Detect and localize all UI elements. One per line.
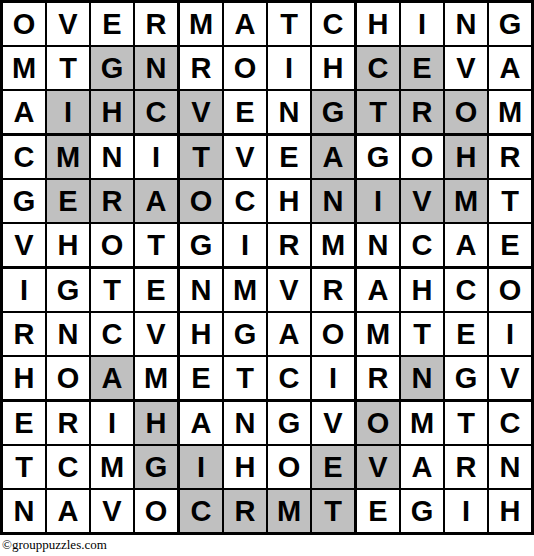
cell-r11c12: N xyxy=(489,446,531,490)
grid-row-5: GERAOCHNIVMT xyxy=(3,180,531,224)
cell-r12c9: E xyxy=(357,490,401,532)
cell-r8c5: H xyxy=(180,313,224,357)
cell-r4c12: R xyxy=(489,136,531,180)
cell-r10c8: V xyxy=(312,402,357,446)
cell-r3c4: C xyxy=(135,91,180,136)
grid-row-1: OVERMATCHING xyxy=(3,3,531,47)
cell-r8c6: G xyxy=(224,313,268,357)
cell-r9c7: C xyxy=(268,357,312,402)
cell-r11c3: M xyxy=(91,446,135,490)
cell-r2c3: G xyxy=(91,47,135,91)
cell-r1c7: T xyxy=(268,3,312,47)
cell-r4c10: O xyxy=(401,136,445,180)
cell-r3c9: T xyxy=(357,91,401,136)
cell-r10c6: N xyxy=(224,402,268,446)
cell-r5c8: N xyxy=(312,180,357,224)
cell-r6c8: M xyxy=(312,224,357,269)
cell-r9c12: V xyxy=(489,357,531,402)
cell-r7c3: T xyxy=(91,269,135,313)
cell-r9c2: O xyxy=(47,357,91,402)
cell-r3c1: A xyxy=(3,91,47,136)
cell-r3c11: O xyxy=(445,91,489,136)
cell-r8c9: M xyxy=(357,313,401,357)
cell-r3c5: V xyxy=(180,91,224,136)
cell-r3c12: M xyxy=(489,91,531,136)
cell-r2c9: C xyxy=(357,47,401,91)
cell-r10c1: E xyxy=(3,402,47,446)
cell-r2c5: R xyxy=(180,47,224,91)
cell-r6c10: C xyxy=(401,224,445,269)
cell-r4c5: T xyxy=(180,136,224,180)
cell-r1c6: A xyxy=(224,3,268,47)
cell-r3c3: H xyxy=(91,91,135,136)
cell-r5c4: A xyxy=(135,180,180,224)
cell-r8c10: T xyxy=(401,313,445,357)
cell-r11c5: I xyxy=(180,446,224,490)
cell-r2c6: O xyxy=(224,47,268,91)
cell-r10c5: A xyxy=(180,402,224,446)
cell-r9c4: M xyxy=(135,357,180,402)
cell-r6c11: A xyxy=(445,224,489,269)
cell-r12c11: I xyxy=(445,490,489,532)
cell-r12c10: G xyxy=(401,490,445,532)
cell-r8c7: A xyxy=(268,313,312,357)
cell-r11c7: O xyxy=(268,446,312,490)
cell-r3c8: G xyxy=(312,91,357,136)
cell-r5c10: V xyxy=(401,180,445,224)
cell-r9c5: E xyxy=(180,357,224,402)
puzzle-grid: OVERMATCHINGMTGNROIHCEVAAIHCVENGTROMCMNI… xyxy=(0,0,534,535)
cell-r7c8: R xyxy=(312,269,357,313)
cell-r10c2: R xyxy=(47,402,91,446)
cell-r4c2: M xyxy=(47,136,91,180)
cell-r5c5: O xyxy=(180,180,224,224)
cell-r7c6: M xyxy=(224,269,268,313)
cell-r1c8: C xyxy=(312,3,357,47)
cell-r7c10: H xyxy=(401,269,445,313)
cell-r12c12: H xyxy=(489,490,531,532)
cell-r12c1: N xyxy=(3,490,47,532)
cell-r11c8: E xyxy=(312,446,357,490)
cell-r11c2: C xyxy=(47,446,91,490)
cell-r2c8: H xyxy=(312,47,357,91)
cell-r7c5: N xyxy=(180,269,224,313)
cell-r5c3: R xyxy=(91,180,135,224)
cell-r10c3: I xyxy=(91,402,135,446)
cell-r8c3: C xyxy=(91,313,135,357)
cell-r5c9: I xyxy=(357,180,401,224)
cell-r9c9: R xyxy=(357,357,401,402)
cell-r6c12: E xyxy=(489,224,531,269)
cell-r11c9: V xyxy=(357,446,401,490)
cell-r12c2: A xyxy=(47,490,91,532)
grid-row-6: VHOTGIRMNCAE xyxy=(3,224,531,269)
cell-r2c10: E xyxy=(401,47,445,91)
cell-r4c7: E xyxy=(268,136,312,180)
cell-r4c6: V xyxy=(224,136,268,180)
cell-r9c8: I xyxy=(312,357,357,402)
grid-row-8: RNCVHGAOMTEI xyxy=(3,313,531,357)
cell-r1c5: M xyxy=(180,3,224,47)
cell-r11c4: G xyxy=(135,446,180,490)
cell-r1c10: I xyxy=(401,3,445,47)
cell-r7c9: A xyxy=(357,269,401,313)
cell-r12c4: O xyxy=(135,490,180,532)
cell-r10c12: C xyxy=(489,402,531,446)
cell-r9c11: G xyxy=(445,357,489,402)
cell-r4c3: N xyxy=(91,136,135,180)
grid-row-9: HOAMETCIRNGV xyxy=(3,357,531,402)
cell-r3c6: E xyxy=(224,91,268,136)
cell-r8c11: E xyxy=(445,313,489,357)
cell-r1c2: V xyxy=(47,3,91,47)
cell-r12c3: V xyxy=(91,490,135,532)
cell-r5c12: T xyxy=(489,180,531,224)
cell-r10c9: O xyxy=(357,402,401,446)
cell-r10c10: M xyxy=(401,402,445,446)
cell-r1c12: G xyxy=(489,3,531,47)
cell-r8c12: I xyxy=(489,313,531,357)
cell-r7c1: I xyxy=(3,269,47,313)
cell-r5c6: C xyxy=(224,180,268,224)
cell-r4c11: H xyxy=(445,136,489,180)
cell-r5c11: M xyxy=(445,180,489,224)
cell-r12c7: M xyxy=(268,490,312,532)
cell-r10c4: H xyxy=(135,402,180,446)
cell-r6c3: O xyxy=(91,224,135,269)
cell-r10c7: G xyxy=(268,402,312,446)
cell-r11c11: R xyxy=(445,446,489,490)
cell-r8c1: R xyxy=(3,313,47,357)
grid-row-12: NAVOCRMTEGIH xyxy=(3,490,531,532)
cell-r7c11: C xyxy=(445,269,489,313)
cell-r2c4: N xyxy=(135,47,180,91)
grid-row-10: ERIHANGVOMTC xyxy=(3,402,531,446)
cell-r12c8: T xyxy=(312,490,357,532)
cell-r2c11: V xyxy=(445,47,489,91)
cell-r6c9: N xyxy=(357,224,401,269)
grid-row-2: MTGNROIHCEVA xyxy=(3,47,531,91)
cell-r1c3: E xyxy=(91,3,135,47)
cell-r7c4: E xyxy=(135,269,180,313)
cell-r4c8: A xyxy=(312,136,357,180)
cell-r2c12: A xyxy=(489,47,531,91)
cell-r3c7: N xyxy=(268,91,312,136)
grid-row-4: CMNITVEAGOHR xyxy=(3,136,531,180)
cell-r9c10: N xyxy=(401,357,445,402)
cell-r8c2: N xyxy=(47,313,91,357)
cell-r4c1: C xyxy=(3,136,47,180)
cell-r2c7: I xyxy=(268,47,312,91)
cell-r4c4: I xyxy=(135,136,180,180)
cell-r5c2: E xyxy=(47,180,91,224)
cell-r11c10: A xyxy=(401,446,445,490)
cell-r7c7: V xyxy=(268,269,312,313)
cell-r10c11: T xyxy=(445,402,489,446)
cell-r4c9: G xyxy=(357,136,401,180)
cell-r7c2: G xyxy=(47,269,91,313)
cell-r5c1: G xyxy=(3,180,47,224)
cell-r8c8: O xyxy=(312,313,357,357)
copyright-text: ©grouppuzzles.com xyxy=(2,537,534,553)
cell-r6c7: R xyxy=(268,224,312,269)
cell-r6c1: V xyxy=(3,224,47,269)
cell-r6c2: H xyxy=(47,224,91,269)
cell-r6c6: I xyxy=(224,224,268,269)
cell-r3c2: I xyxy=(47,91,91,136)
cell-r6c5: G xyxy=(180,224,224,269)
cell-r12c6: R xyxy=(224,490,268,532)
cell-r9c6: T xyxy=(224,357,268,402)
cell-r9c3: A xyxy=(91,357,135,402)
cell-r11c6: H xyxy=(224,446,268,490)
cell-r8c4: V xyxy=(135,313,180,357)
cell-r9c1: H xyxy=(3,357,47,402)
cell-r1c1: O xyxy=(3,3,47,47)
cell-r6c4: T xyxy=(135,224,180,269)
grid-row-11: TCMGIHOEVARN xyxy=(3,446,531,490)
cell-r3c10: R xyxy=(401,91,445,136)
cell-r2c2: T xyxy=(47,47,91,91)
grid-row-7: IGTENMVRAHCO xyxy=(3,269,531,313)
cell-r7c12: O xyxy=(489,269,531,313)
cell-r5c7: H xyxy=(268,180,312,224)
grid-row-3: AIHCVENGTROM xyxy=(3,91,531,136)
cell-r2c1: M xyxy=(3,47,47,91)
cell-r1c4: R xyxy=(135,3,180,47)
cell-r1c11: N xyxy=(445,3,489,47)
cell-r11c1: T xyxy=(3,446,47,490)
cell-r1c9: H xyxy=(357,3,401,47)
cell-r12c5: C xyxy=(180,490,224,532)
